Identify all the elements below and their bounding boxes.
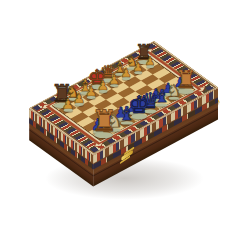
- piece-black-rook[interactable]: ♜: [91, 106, 117, 138]
- piece-white-pawn[interactable]: ♟: [85, 85, 97, 100]
- product-photo-stage: ♜♞♝♛♚♝♞♜♟♟♟♟♟♟♟♟♟♟♟♟♟♟♟♟♜♞♝♛♚♝♞♜: [0, 0, 240, 240]
- piece-base: [63, 109, 72, 112]
- piece-base: [95, 132, 113, 138]
- piece-white-pawn[interactable]: ♟: [121, 67, 132, 81]
- piece-white-pawn[interactable]: ♟: [97, 79, 109, 93]
- piece-base: [87, 97, 95, 100]
- piece-base: [110, 84, 118, 87]
- piece-white-pawn[interactable]: ♟: [73, 91, 85, 106]
- piece-base: [75, 103, 84, 106]
- pieces-layer: ♜♞♝♛♚♝♞♜♟♟♟♟♟♟♟♟♟♟♟♟♟♟♟♟♜♞♝♛♚♝♞♜: [0, 0, 240, 240]
- piece-base: [169, 97, 179, 100]
- piece-white-pawn[interactable]: ♟: [144, 55, 155, 68]
- piece-white-pawn[interactable]: ♟: [61, 97, 74, 112]
- piece-base: [99, 90, 107, 93]
- piece-base: [122, 78, 130, 81]
- piece-white-pawn[interactable]: ♟: [132, 61, 143, 74]
- piece-white-pawn[interactable]: ♟: [109, 73, 121, 87]
- piece-base: [146, 66, 153, 68]
